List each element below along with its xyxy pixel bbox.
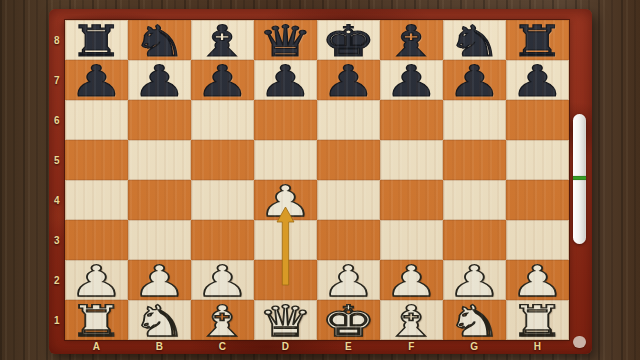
square-g8[interactable]: ♞	[443, 20, 506, 60]
square-g7[interactable]: ♟	[443, 60, 506, 100]
white-rook[interactable]: ♜	[510, 301, 565, 341]
black-bishop[interactable]: ♝	[195, 21, 250, 61]
black-pawn[interactable]: ♟	[258, 61, 313, 101]
square-f1[interactable]: ♝	[380, 300, 443, 340]
square-b8[interactable]: ♞	[128, 20, 191, 60]
black-king[interactable]: ♚	[321, 21, 376, 61]
evaluation-bar-end-cap	[573, 336, 586, 348]
square-a7[interactable]: ♟	[65, 60, 128, 100]
square-d3[interactable]	[254, 220, 317, 260]
square-g6[interactable]	[443, 100, 506, 140]
square-c8[interactable]: ♝	[191, 20, 254, 60]
square-e2[interactable]: ♟	[317, 260, 380, 300]
rank-labels: 87654321	[49, 20, 65, 340]
rank-label-1: 1	[49, 300, 65, 340]
rank-label-5: 5	[49, 140, 65, 180]
black-pawn[interactable]: ♟	[384, 61, 439, 101]
square-c3[interactable]	[191, 220, 254, 260]
square-d7[interactable]: ♟	[254, 60, 317, 100]
square-e3[interactable]	[317, 220, 380, 260]
white-pawn[interactable]: ♟	[195, 261, 250, 301]
square-d5[interactable]	[254, 140, 317, 180]
rank-label-2: 2	[49, 260, 65, 300]
square-h5[interactable]	[506, 140, 569, 180]
evaluation-equal-marker	[573, 176, 586, 180]
square-h2[interactable]: ♟	[506, 260, 569, 300]
white-knight[interactable]: ♞	[447, 301, 502, 341]
square-f2[interactable]: ♟	[380, 260, 443, 300]
rank-label-3: 3	[49, 220, 65, 260]
white-pawn[interactable]: ♟	[69, 261, 124, 301]
square-b2[interactable]: ♟	[128, 260, 191, 300]
square-a4[interactable]	[65, 180, 128, 220]
square-b4[interactable]	[128, 180, 191, 220]
white-knight[interactable]: ♞	[132, 301, 187, 341]
square-f7[interactable]: ♟	[380, 60, 443, 100]
black-pawn[interactable]: ♟	[510, 61, 565, 101]
white-bishop[interactable]: ♝	[195, 301, 250, 341]
black-pawn[interactable]: ♟	[69, 61, 124, 101]
square-b6[interactable]	[128, 100, 191, 140]
square-h7[interactable]: ♟	[506, 60, 569, 100]
square-g2[interactable]: ♟	[443, 260, 506, 300]
white-pawn[interactable]: ♟	[510, 261, 565, 301]
square-b3[interactable]	[128, 220, 191, 260]
square-d8[interactable]: ♛	[254, 20, 317, 60]
square-d4[interactable]: ♟	[254, 180, 317, 220]
square-b1[interactable]: ♞	[128, 300, 191, 340]
white-bishop[interactable]: ♝	[384, 301, 439, 341]
rank-label-7: 7	[49, 60, 65, 100]
black-pawn[interactable]: ♟	[321, 61, 376, 101]
square-e8[interactable]: ♚	[317, 20, 380, 60]
board-squares: ♜♞♝♛♚♝♞♜♟♟♟♟♟♟♟♟♟♟♟♟♟♟♟♟♜♞♝♛♚♝♞♜	[65, 20, 569, 340]
square-f5[interactable]	[380, 140, 443, 180]
rank-label-8: 8	[49, 20, 65, 60]
square-a3[interactable]	[65, 220, 128, 260]
white-pawn[interactable]: ♟	[321, 261, 376, 301]
black-bishop[interactable]: ♝	[384, 21, 439, 61]
square-h3[interactable]	[506, 220, 569, 260]
square-d1[interactable]: ♛	[254, 300, 317, 340]
square-e5[interactable]	[317, 140, 380, 180]
square-d2[interactable]	[254, 260, 317, 300]
square-c1[interactable]: ♝	[191, 300, 254, 340]
square-e4[interactable]	[317, 180, 380, 220]
black-queen[interactable]: ♛	[258, 21, 313, 61]
black-rook[interactable]: ♜	[510, 21, 565, 61]
square-a6[interactable]	[65, 100, 128, 140]
square-g4[interactable]	[443, 180, 506, 220]
square-a1[interactable]: ♜	[65, 300, 128, 340]
square-f3[interactable]	[380, 220, 443, 260]
square-c2[interactable]: ♟	[191, 260, 254, 300]
square-c5[interactable]	[191, 140, 254, 180]
square-a2[interactable]: ♟	[65, 260, 128, 300]
black-rook[interactable]: ♜	[69, 21, 124, 61]
square-f8[interactable]: ♝	[380, 20, 443, 60]
square-c6[interactable]	[191, 100, 254, 140]
white-pawn[interactable]: ♟	[258, 181, 313, 221]
black-knight[interactable]: ♞	[447, 21, 502, 61]
square-f4[interactable]	[380, 180, 443, 220]
rank-label-6: 6	[49, 100, 65, 140]
square-e6[interactable]	[317, 100, 380, 140]
square-h4[interactable]	[506, 180, 569, 220]
square-g1[interactable]: ♞	[443, 300, 506, 340]
white-queen[interactable]: ♛	[258, 301, 313, 341]
white-king[interactable]: ♚	[321, 301, 376, 341]
black-pawn[interactable]: ♟	[195, 61, 250, 101]
white-pawn[interactable]: ♟	[132, 261, 187, 301]
square-a8[interactable]: ♜	[65, 20, 128, 60]
square-h1[interactable]: ♜	[506, 300, 569, 340]
evaluation-bar	[573, 114, 586, 244]
square-c4[interactable]	[191, 180, 254, 220]
square-e1[interactable]: ♚	[317, 300, 380, 340]
rank-label-4: 4	[49, 180, 65, 220]
square-h8[interactable]: ♜	[506, 20, 569, 60]
square-h6[interactable]	[506, 100, 569, 140]
white-rook[interactable]: ♜	[69, 301, 124, 341]
square-g5[interactable]	[443, 140, 506, 180]
square-e7[interactable]: ♟	[317, 60, 380, 100]
square-b7[interactable]: ♟	[128, 60, 191, 100]
black-knight[interactable]: ♞	[132, 21, 187, 61]
square-f6[interactable]	[380, 100, 443, 140]
chess-board-frame: 87654321 ♜♞♝♛♚♝♞♜♟♟♟♟♟♟♟♟♟♟♟♟♟♟♟♟♜♞♝♛♚♝♞…	[49, 9, 592, 354]
white-pawn[interactable]: ♟	[447, 261, 502, 301]
square-c7[interactable]: ♟	[191, 60, 254, 100]
square-d6[interactable]	[254, 100, 317, 140]
black-pawn[interactable]: ♟	[447, 61, 502, 101]
square-b5[interactable]	[128, 140, 191, 180]
black-pawn[interactable]: ♟	[132, 61, 187, 101]
square-a5[interactable]	[65, 140, 128, 180]
white-pawn[interactable]: ♟	[384, 261, 439, 301]
square-g3[interactable]	[443, 220, 506, 260]
